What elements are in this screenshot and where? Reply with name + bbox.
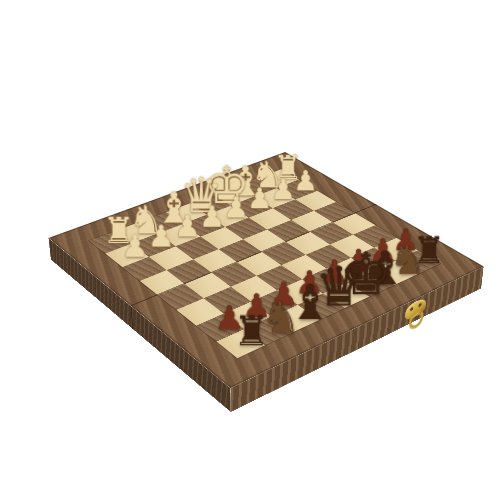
black-rook[interactable]: ♜	[233, 312, 268, 351]
square-d5[interactable]	[237, 252, 282, 276]
folding-chessboard-box: ♜♞♝♛♚♝♞♜♟♟♟♟♟♟♟♟♟♟♟♟♟♟♟♟♜♞♝♛♚♝♞♜	[48, 152, 483, 388]
product-photo-scene: ♜♞♝♛♚♝♞♜♟♟♟♟♟♟♟♟♟♟♟♟♟♟♟♟♜♞♝♛♚♝♞♜	[0, 0, 500, 500]
fold-seam-side	[130, 306, 133, 330]
white-pawn[interactable]: ♟	[119, 232, 151, 261]
chessboard-3d-wrapper: ♜♞♝♛♚♝♞♜♟♟♟♟♟♟♟♟♟♟♟♟♟♟♟♟♜♞♝♛♚♝♞♜	[48, 152, 483, 388]
